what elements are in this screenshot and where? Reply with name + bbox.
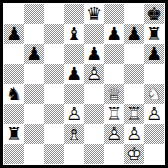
square-a6[interactable] bbox=[4, 44, 24, 64]
piece-white-pawn-icon: ♟♙ bbox=[104, 124, 124, 144]
piece-black-pawn-icon: ♟ bbox=[64, 64, 84, 84]
piece-outline: ♙ bbox=[144, 104, 164, 124]
piece-white-pawn-icon: ♟♙ bbox=[144, 104, 164, 124]
square-f6[interactable] bbox=[104, 44, 124, 64]
square-g3[interactable]: ♜♖ bbox=[124, 104, 144, 124]
piece-white-knight-icon: ♞♘ bbox=[144, 84, 164, 104]
square-g6[interactable] bbox=[124, 44, 144, 64]
square-d5[interactable]: ♟ bbox=[64, 64, 84, 84]
piece-solid: ♟ bbox=[4, 24, 24, 44]
piece-solid: ♟ bbox=[144, 44, 164, 64]
piece-white-rook-icon: ♜♖ bbox=[124, 104, 144, 124]
piece-solid: ♟ bbox=[84, 44, 104, 64]
piece-outline: ♘ bbox=[144, 84, 164, 104]
square-b8[interactable] bbox=[24, 4, 44, 24]
square-d1[interactable] bbox=[64, 144, 84, 164]
square-g8[interactable] bbox=[124, 4, 144, 24]
piece-outline: ♙ bbox=[124, 124, 144, 144]
piece-solid: ♜ bbox=[4, 124, 24, 144]
square-f1[interactable] bbox=[104, 144, 124, 164]
piece-solid: ♟ bbox=[24, 44, 44, 64]
square-e1[interactable] bbox=[84, 144, 104, 164]
piece-solid: ♟ bbox=[104, 24, 124, 44]
square-e4[interactable] bbox=[84, 84, 104, 104]
piece-solid: ♝ bbox=[64, 24, 84, 44]
square-h1[interactable] bbox=[144, 144, 164, 164]
piece-white-queen-icon: ♛♕ bbox=[104, 84, 124, 104]
square-a3[interactable] bbox=[4, 104, 24, 124]
square-c1[interactable] bbox=[44, 144, 64, 164]
square-a4[interactable]: ♞ bbox=[4, 84, 24, 104]
piece-outline: ♗ bbox=[64, 124, 84, 144]
piece-outline: ♖ bbox=[104, 104, 124, 124]
square-e8[interactable]: ♛ bbox=[84, 4, 104, 24]
square-h3[interactable]: ♟♙ bbox=[144, 104, 164, 124]
square-d4[interactable] bbox=[64, 84, 84, 104]
square-d6[interactable] bbox=[64, 44, 84, 64]
piece-outline: ♔ bbox=[124, 144, 144, 164]
square-g2[interactable]: ♟♙ bbox=[124, 124, 144, 144]
square-b2[interactable] bbox=[24, 124, 44, 144]
square-c8[interactable] bbox=[44, 4, 64, 24]
square-a8[interactable] bbox=[4, 4, 24, 24]
square-c5[interactable] bbox=[44, 64, 64, 84]
piece-black-queen-icon: ♛ bbox=[84, 4, 104, 24]
piece-solid: ♜ bbox=[144, 24, 164, 44]
piece-black-pawn-icon: ♟ bbox=[4, 24, 24, 44]
square-d3[interactable]: ♟♙ bbox=[64, 104, 84, 124]
square-e2[interactable] bbox=[84, 124, 104, 144]
piece-solid: ♟ bbox=[64, 64, 84, 84]
piece-black-knight-icon: ♞ bbox=[4, 84, 24, 104]
piece-solid: ♞ bbox=[4, 84, 24, 104]
square-e3[interactable] bbox=[84, 104, 104, 124]
square-e7[interactable] bbox=[84, 24, 104, 44]
square-a7[interactable]: ♟ bbox=[4, 24, 24, 44]
square-f3[interactable]: ♜♖ bbox=[104, 104, 124, 124]
square-b3[interactable] bbox=[24, 104, 44, 124]
square-c3[interactable] bbox=[44, 104, 64, 124]
square-h6[interactable]: ♟ bbox=[144, 44, 164, 64]
square-b7[interactable] bbox=[24, 24, 44, 44]
piece-black-rook-icon: ♜ bbox=[4, 124, 24, 144]
square-h2[interactable] bbox=[144, 124, 164, 144]
piece-white-pawn-icon: ♟♙ bbox=[84, 64, 104, 84]
square-g5[interactable] bbox=[124, 64, 144, 84]
piece-black-bishop-icon: ♝ bbox=[64, 24, 84, 44]
piece-outline: ♖ bbox=[124, 104, 144, 124]
square-h7[interactable]: ♜ bbox=[144, 24, 164, 44]
piece-white-king-icon: ♚♔ bbox=[124, 144, 144, 164]
square-h5[interactable] bbox=[144, 64, 164, 84]
chess-board-frame: ♛♚♟♝♟♟♜♟♟♟♟♟♙♞♛♕♞♘♟♙♜♖♜♖♟♙♜♝♗♟♙♟♙♚♔ bbox=[0, 0, 168, 168]
piece-solid: ♟ bbox=[124, 24, 144, 44]
piece-white-pawn-icon: ♟♙ bbox=[124, 124, 144, 144]
piece-black-pawn-icon: ♟ bbox=[84, 44, 104, 64]
square-g1[interactable]: ♚♔ bbox=[124, 144, 144, 164]
square-c7[interactable] bbox=[44, 24, 64, 44]
square-f4[interactable]: ♛♕ bbox=[104, 84, 124, 104]
square-f8[interactable] bbox=[104, 4, 124, 24]
piece-white-rook-icon: ♜♖ bbox=[104, 104, 124, 124]
piece-solid: ♛ bbox=[84, 4, 104, 24]
piece-outline: ♕ bbox=[104, 84, 124, 104]
square-b4[interactable] bbox=[24, 84, 44, 104]
piece-black-pawn-icon: ♟ bbox=[104, 24, 124, 44]
square-e5[interactable]: ♟♙ bbox=[84, 64, 104, 84]
square-f7[interactable]: ♟ bbox=[104, 24, 124, 44]
square-h4[interactable]: ♞♘ bbox=[144, 84, 164, 104]
square-d2[interactable]: ♝♗ bbox=[64, 124, 84, 144]
square-c6[interactable] bbox=[44, 44, 64, 64]
piece-black-pawn-icon: ♟ bbox=[24, 44, 44, 64]
square-f5[interactable] bbox=[104, 64, 124, 84]
square-e6[interactable]: ♟ bbox=[84, 44, 104, 64]
square-d8[interactable] bbox=[64, 4, 84, 24]
square-c4[interactable] bbox=[44, 84, 64, 104]
square-b5[interactable] bbox=[24, 64, 44, 84]
piece-black-king-icon: ♚ bbox=[144, 4, 164, 24]
piece-solid: ♚ bbox=[144, 4, 164, 24]
chess-board: ♛♚♟♝♟♟♜♟♟♟♟♟♙♞♛♕♞♘♟♙♜♖♜♖♟♙♜♝♗♟♙♟♙♚♔ bbox=[4, 4, 164, 164]
piece-outline: ♙ bbox=[64, 104, 84, 124]
square-f2[interactable]: ♟♙ bbox=[104, 124, 124, 144]
piece-black-pawn-icon: ♟ bbox=[144, 44, 164, 64]
piece-outline: ♙ bbox=[104, 124, 124, 144]
square-g4[interactable] bbox=[124, 84, 144, 104]
square-a1[interactable] bbox=[4, 144, 24, 164]
square-b6[interactable]: ♟ bbox=[24, 44, 44, 64]
piece-outline: ♙ bbox=[84, 64, 104, 84]
square-d7[interactable]: ♝ bbox=[64, 24, 84, 44]
square-a5[interactable] bbox=[4, 64, 24, 84]
square-b1[interactable] bbox=[24, 144, 44, 164]
piece-white-pawn-icon: ♟♙ bbox=[64, 104, 84, 124]
square-a2[interactable]: ♜ bbox=[4, 124, 24, 144]
piece-white-bishop-icon: ♝♗ bbox=[64, 124, 84, 144]
piece-black-pawn-icon: ♟ bbox=[124, 24, 144, 44]
piece-black-rook-icon: ♜ bbox=[144, 24, 164, 44]
square-c2[interactable] bbox=[44, 124, 64, 144]
square-h8[interactable]: ♚ bbox=[144, 4, 164, 24]
square-g7[interactable]: ♟ bbox=[124, 24, 144, 44]
